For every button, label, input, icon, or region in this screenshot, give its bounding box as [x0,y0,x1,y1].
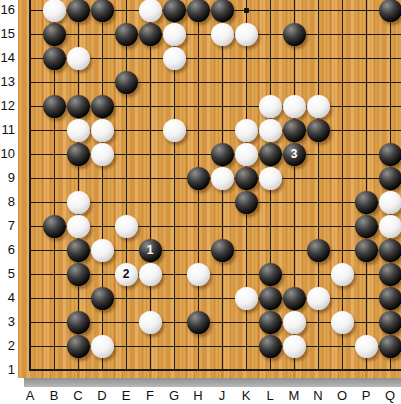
stone-black-L4 [259,287,282,310]
grid-line-col-A [29,0,31,371]
stone-white-K4 [235,287,258,310]
col-label-H: H [190,388,206,404]
stone-white-P2 [355,335,378,358]
row-label-5: 5 [0,266,15,282]
stone-black-Q10 [379,143,401,166]
row-label-9: 9 [0,170,15,186]
stone-white-H5 [187,263,210,286]
stone-white-K15 [235,23,258,46]
stone-black-L10 [259,143,282,166]
move-number-3: 3 [283,143,306,166]
stone-white-M3 [283,311,306,334]
col-label-B: B [46,388,62,404]
col-label-K: K [238,388,254,404]
stone-white-G11 [163,119,186,142]
stone-black-P6 [355,239,378,262]
stone-white-K10 [235,143,258,166]
row-label-4: 4 [0,290,15,306]
col-label-J: J [214,388,230,404]
stone-black-J16 [211,0,234,22]
stone-black-L2 [259,335,282,358]
col-label-Q: Q [382,388,398,404]
stone-black-L5 [259,263,282,286]
stone-white-O3 [331,311,354,334]
move-number-1: 1 [139,239,162,262]
board-shadow [24,378,401,387]
stone-black-M15 [283,23,306,46]
stone-white-G15 [163,23,186,46]
stone-white-F16 [139,0,162,22]
stone-black-C12 [67,95,90,118]
stone-white-C11 [67,119,90,142]
stone-white-J9 [211,167,234,190]
stone-white-J15 [211,23,234,46]
stone-black-Q3 [379,311,401,334]
stone-black-P8 [355,191,378,214]
grid-line-row-1 [29,369,401,371]
row-label-12: 12 [0,98,15,114]
stone-black-H16 [187,0,210,22]
stone-black-J10 [211,143,234,166]
stone-black-L3 [259,311,282,334]
col-label-M: M [286,388,302,404]
stone-white-D6 [91,239,114,262]
stone-black-C2 [67,335,90,358]
move-number-2: 2 [115,263,138,286]
stone-black-Q5 [379,263,401,286]
stone-white-D10 [91,143,114,166]
stone-white-N12 [307,95,330,118]
stone-black-J6 [211,239,234,262]
stone-black-F15 [139,23,162,46]
grid-line-col-D [102,0,103,371]
col-label-D: D [94,388,110,404]
row-label-8: 8 [0,194,15,210]
stone-black-C10 [67,143,90,166]
stone-white-F3 [139,311,162,334]
stone-black-B7 [43,215,66,238]
stone-black-N6 [307,239,330,262]
star-point-K16 [244,8,249,13]
stone-black-M4 [283,287,306,310]
stone-white-F5 [139,263,162,286]
stone-black-Q2 [379,335,401,358]
stone-black-B15 [43,23,66,46]
stone-black-D16 [91,0,114,22]
row-label-3: 3 [0,314,15,330]
stone-white-E7 [115,215,138,238]
stone-black-P7 [355,215,378,238]
stone-black-G16 [163,0,186,22]
stone-black-D12 [91,95,114,118]
stone-black-B14 [43,47,66,70]
stone-black-K8 [235,191,258,214]
col-label-E: E [118,388,134,404]
stone-black-Q16 [379,0,401,22]
stone-white-C8 [67,191,90,214]
stone-black-E13 [115,71,138,94]
row-label-15: 15 [0,26,15,42]
col-label-A: A [22,388,38,404]
row-label-14: 14 [0,50,15,66]
stone-white-C7 [67,215,90,238]
stone-black-C5 [67,263,90,286]
grid-line-col-E [126,0,127,371]
row-label-7: 7 [0,218,15,234]
grid-line-row-13 [29,82,401,83]
stone-black-N11 [307,119,330,142]
stone-black-E15 [115,23,138,46]
stone-white-C14 [67,47,90,70]
stone-white-M2 [283,335,306,358]
stone-white-Q8 [379,191,401,214]
stone-white-M12 [283,95,306,118]
col-label-L: L [262,388,278,404]
stone-white-G14 [163,47,186,70]
stone-black-H9 [187,167,210,190]
stone-white-L11 [259,119,282,142]
row-label-16: 16 [0,2,15,18]
stone-white-D2 [91,335,114,358]
stone-white-L12 [259,95,282,118]
stone-black-Q6 [379,239,401,262]
stone-black-Q9 [379,167,401,190]
stone-black-C3 [67,311,90,334]
stone-white-N4 [307,287,330,310]
stone-white-D11 [91,119,114,142]
stone-black-M11 [283,119,306,142]
row-label-11: 11 [0,122,15,138]
row-label-1: 1 [0,362,15,378]
go-diagram: 16151413121110987654321ABCDEFGHJKLMNOPQ1… [0,0,401,404]
col-label-P: P [358,388,374,404]
row-label-6: 6 [0,242,15,258]
stone-black-Q4 [379,287,401,310]
col-label-G: G [166,388,182,404]
stone-white-Q7 [379,215,401,238]
grid-line-row-4 [29,298,401,299]
grid-line-col-N [318,0,319,371]
col-label-O: O [334,388,350,404]
stone-white-O5 [331,263,354,286]
stone-black-D4 [91,287,114,310]
stone-black-B12 [43,95,66,118]
stone-black-K9 [235,167,258,190]
row-label-2: 2 [0,338,15,354]
stone-black-C6 [67,239,90,262]
row-label-13: 13 [0,74,15,90]
stone-black-C16 [67,0,90,22]
grid-line-col-P [366,0,367,371]
row-label-10: 10 [0,146,15,162]
col-label-F: F [142,388,158,404]
stone-white-K11 [235,119,258,142]
col-label-N: N [310,388,326,404]
stone-black-H3 [187,311,210,334]
stone-white-L9 [259,167,282,190]
stone-white-B16 [43,0,66,22]
col-label-C: C [70,388,86,404]
